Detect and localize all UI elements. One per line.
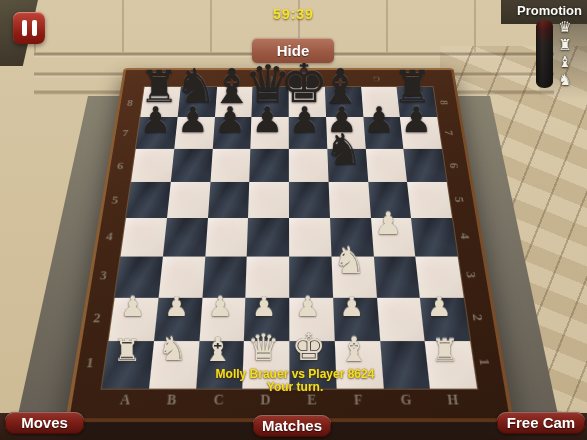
file-label-bottom-F: F bbox=[353, 392, 362, 408]
square-e5[interactable] bbox=[289, 182, 330, 218]
file-label-bottom-E: E bbox=[307, 392, 317, 408]
square-h5[interactable] bbox=[407, 182, 452, 218]
square-d6[interactable] bbox=[249, 148, 288, 182]
rank-label-right-8: 8 bbox=[438, 100, 450, 105]
square-b5[interactable] bbox=[167, 182, 210, 218]
white-pawn-b2[interactable]: ♟ bbox=[164, 292, 189, 319]
file-label-bottom-G: G bbox=[400, 392, 412, 408]
file-label-bottom-C: C bbox=[213, 392, 224, 408]
pause-icon bbox=[32, 20, 37, 36]
square-h4[interactable] bbox=[411, 218, 457, 256]
moves-button[interactable]: Moves bbox=[5, 412, 84, 434]
matches-button[interactable]: Matches bbox=[253, 415, 331, 437]
promotion-option-rook-icon[interactable]: ♜ bbox=[558, 38, 571, 53]
square-g2[interactable] bbox=[376, 297, 424, 341]
black-pawn-e7[interactable]: ♟ bbox=[289, 102, 321, 137]
black-pawn-g7[interactable]: ♟ bbox=[363, 102, 395, 137]
square-d4[interactable] bbox=[247, 218, 289, 256]
white-rook-a1[interactable]: ♜ bbox=[113, 334, 141, 365]
square-f5[interactable] bbox=[328, 182, 370, 218]
game-screen: 8877665544332211AABBCCDDEEFFGGHH ♜♞♝♛♚♝♜… bbox=[0, 0, 587, 440]
square-c6[interactable] bbox=[210, 148, 251, 182]
hide-button[interactable]: Hide bbox=[252, 38, 334, 63]
black-pawn-c7[interactable]: ♟ bbox=[214, 102, 246, 137]
free-cam-button[interactable]: Free Cam bbox=[497, 412, 585, 434]
square-e6[interactable] bbox=[289, 148, 329, 182]
rank-label-left-8: 8 bbox=[126, 98, 133, 108]
white-knight-b1[interactable]: ♞ bbox=[158, 333, 187, 366]
square-e4[interactable] bbox=[289, 218, 331, 256]
white-pawn-a2[interactable]: ♟ bbox=[120, 292, 145, 319]
turn-label: Your turn. bbox=[145, 381, 445, 394]
promotion-options: ♛♜♝♞ bbox=[551, 20, 579, 94]
game-timer: 59:39 bbox=[0, 6, 587, 22]
white-queen-d1[interactable]: ♛ bbox=[247, 330, 279, 366]
rank-label-right-1: 1 bbox=[477, 358, 493, 366]
square-b6[interactable] bbox=[171, 148, 213, 182]
white-pawn-f2[interactable]: ♟ bbox=[339, 292, 364, 319]
rank-label-right-7: 7 bbox=[443, 130, 456, 135]
square-a4[interactable] bbox=[121, 218, 167, 256]
file-label-bottom-B: B bbox=[166, 392, 177, 408]
square-g6[interactable] bbox=[365, 148, 407, 182]
rank-label-left-3: 3 bbox=[99, 269, 108, 282]
white-knight-f3[interactable]: ♞ bbox=[333, 243, 366, 280]
black-pawn-b7[interactable]: ♟ bbox=[177, 102, 209, 137]
square-a6[interactable] bbox=[131, 148, 174, 182]
rank-label-right-5: 5 bbox=[453, 197, 467, 203]
white-pawn-c2[interactable]: ♟ bbox=[208, 292, 233, 319]
white-bishop-f1[interactable]: ♝ bbox=[339, 332, 369, 366]
rank-label-right-6: 6 bbox=[447, 163, 460, 168]
pause-icon bbox=[22, 20, 27, 36]
white-pawn-d2[interactable]: ♟ bbox=[252, 292, 277, 319]
square-a5[interactable] bbox=[126, 182, 171, 218]
rank-label-left-7: 7 bbox=[122, 128, 130, 138]
rank-label-left-1: 1 bbox=[85, 354, 95, 369]
promotion-panel-title: Promotion bbox=[517, 3, 582, 18]
white-pawn-g4[interactable]: ♟ bbox=[375, 209, 402, 240]
white-bishop-c1[interactable]: ♝ bbox=[203, 332, 233, 366]
black-pawn-a7[interactable]: ♟ bbox=[140, 102, 172, 137]
square-b4[interactable] bbox=[163, 218, 208, 256]
black-pawn-d7[interactable]: ♟ bbox=[252, 102, 284, 137]
black-pawn-h7[interactable]: ♟ bbox=[400, 102, 432, 137]
file-label-bottom-D: D bbox=[260, 392, 270, 408]
promotion-option-bishop-icon[interactable]: ♝ bbox=[558, 55, 571, 70]
match-status: Molly Brauer vs Player 8624 Your turn. bbox=[145, 368, 445, 394]
white-pawn-e2[interactable]: ♟ bbox=[296, 292, 321, 319]
rank-label-left-2: 2 bbox=[92, 310, 101, 324]
white-rook-h1[interactable]: ♜ bbox=[431, 334, 459, 365]
promotion-option-queen-icon[interactable]: ♛ bbox=[558, 20, 571, 35]
rank-label-right-3: 3 bbox=[464, 272, 479, 279]
square-c5[interactable] bbox=[208, 182, 250, 218]
file-label-bottom-H: H bbox=[446, 392, 459, 408]
rank-label-left-5: 5 bbox=[111, 194, 119, 205]
rank-label-left-6: 6 bbox=[116, 160, 124, 171]
rank-label-right-4: 4 bbox=[458, 233, 472, 239]
square-g3[interactable] bbox=[373, 256, 420, 297]
rank-label-right-2: 2 bbox=[470, 314, 485, 321]
black-knight-f6[interactable]: ♞ bbox=[324, 128, 362, 171]
file-label-top-G: G bbox=[372, 74, 380, 83]
white-pawn-h2[interactable]: ♟ bbox=[427, 292, 452, 319]
white-king-e1[interactable]: ♚ bbox=[292, 329, 326, 367]
square-h6[interactable] bbox=[404, 148, 447, 182]
square-c4[interactable] bbox=[205, 218, 248, 256]
file-label-bottom-A: A bbox=[119, 392, 131, 408]
square-d5[interactable] bbox=[248, 182, 289, 218]
rank-label-left-4: 4 bbox=[105, 230, 113, 242]
promotion-option-knight-icon[interactable]: ♞ bbox=[558, 73, 571, 88]
